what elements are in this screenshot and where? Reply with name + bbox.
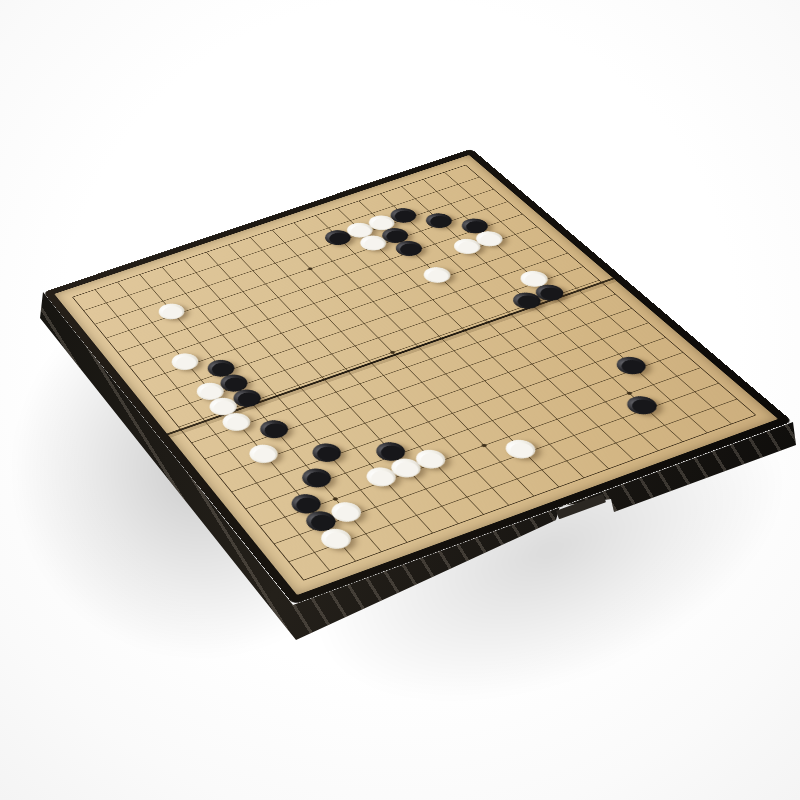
white-stone: ● — [167, 350, 203, 373]
black-stone: ● — [621, 393, 663, 418]
black-stone: ● — [421, 211, 457, 231]
white-stone: ● — [218, 410, 255, 434]
black-stone: ● — [297, 465, 336, 491]
black-stone: ● — [611, 354, 652, 378]
white-stone: ● — [244, 441, 282, 466]
product-photo-stage: ●●●●●●●●●●●●●●●●●●●●●●●●●●●●●●●●●●●●●● — [0, 0, 800, 800]
black-stone: ● — [307, 440, 346, 465]
white-stone: ● — [500, 437, 541, 462]
white-stone: ● — [154, 301, 189, 322]
white-stone: ● — [419, 264, 456, 285]
black-stone: ● — [391, 238, 427, 259]
black-stone: ● — [255, 417, 293, 441]
white-stone: ● — [316, 525, 357, 552]
